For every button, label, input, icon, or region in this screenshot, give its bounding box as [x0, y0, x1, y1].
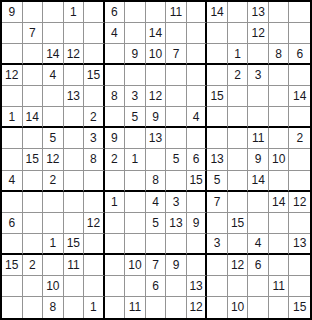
cell-r1c10-empty[interactable] [187, 2, 208, 23]
cell-r5c6-given[interactable]: 8 [105, 86, 126, 107]
cell-r4c1-given[interactable]: 12 [2, 65, 23, 86]
cell-r14c13-empty[interactable] [248, 276, 269, 297]
cell-r1c5-empty[interactable] [84, 2, 105, 23]
cell-r15c5-given[interactable]: 1 [84, 297, 105, 318]
cell-r9c4-empty[interactable] [64, 171, 85, 192]
given-digit: 1 [132, 153, 139, 165]
cell-r12c14-empty[interactable] [269, 234, 290, 255]
cell-r9c9-empty[interactable] [166, 171, 187, 192]
cell-r13c9-given[interactable]: 9 [166, 255, 187, 276]
cell-r14c14-given[interactable]: 11 [269, 276, 290, 297]
given-digit: 12 [5, 69, 18, 81]
cell-r5c13-empty[interactable] [248, 86, 269, 107]
cell-r3c13-empty[interactable] [248, 44, 269, 65]
cell-r2c7-empty[interactable] [125, 23, 146, 44]
given-digit: 15 [5, 259, 18, 271]
cell-r3c2-empty[interactable] [23, 44, 44, 65]
cell-r11c7-empty[interactable] [125, 213, 146, 234]
cell-r1c8-empty[interactable] [146, 2, 167, 23]
cell-r6c15-empty[interactable] [289, 107, 310, 128]
given-digit: 15 [231, 217, 244, 229]
cell-r9c7-empty[interactable] [125, 171, 146, 192]
given-digit: 2 [29, 259, 36, 271]
cell-r5c11-given[interactable]: 15 [207, 86, 228, 107]
cell-r13c4-given[interactable]: 11 [64, 255, 85, 276]
cell-r14c8-given[interactable]: 6 [146, 276, 167, 297]
cell-r15c6-empty[interactable] [105, 297, 126, 318]
cell-r6c14-empty[interactable] [269, 107, 290, 128]
cell-r6c11-empty[interactable] [207, 107, 228, 128]
cell-r11c12-given[interactable]: 15 [228, 213, 249, 234]
cell-r9c1-given[interactable]: 4 [2, 171, 23, 192]
cell-r8c15-empty[interactable] [289, 149, 310, 170]
cell-r14c6-empty[interactable] [105, 276, 126, 297]
cell-r13c2-given[interactable]: 2 [23, 255, 44, 276]
cell-r11c2-empty[interactable] [23, 213, 44, 234]
given-digit: 7 [29, 27, 36, 39]
given-digit: 9 [8, 6, 15, 18]
cell-r3c11-empty[interactable] [207, 44, 228, 65]
given-digit: 9 [255, 153, 262, 165]
cell-r14c2-empty[interactable] [23, 276, 44, 297]
cell-r13c6-empty[interactable] [105, 255, 126, 276]
cell-r5c3-empty[interactable] [43, 86, 64, 107]
cell-r7c4-empty[interactable] [64, 128, 85, 149]
cell-r5c9-empty[interactable] [166, 86, 187, 107]
cell-r4c2-empty[interactable] [23, 65, 44, 86]
cell-r14c5-empty[interactable] [84, 276, 105, 297]
cell-r10c12-empty[interactable] [228, 192, 249, 213]
given-digit: 8 [152, 174, 159, 186]
cell-r12c11-given[interactable]: 3 [207, 234, 228, 255]
cell-r4c12-given[interactable]: 2 [228, 65, 249, 86]
cell-r15c15-given[interactable]: 15 [289, 297, 310, 318]
cell-r13c12-given[interactable]: 12 [228, 255, 249, 276]
cell-r6c13-empty[interactable] [248, 107, 269, 128]
cell-r15c4-empty[interactable] [64, 297, 85, 318]
cell-r2c13-given[interactable]: 12 [248, 23, 269, 44]
cell-r14c3-given[interactable]: 10 [43, 276, 64, 297]
cell-r6c8-given[interactable]: 9 [146, 107, 167, 128]
cell-r5c5-empty[interactable] [84, 86, 105, 107]
cell-r2c4-empty[interactable] [64, 23, 85, 44]
cell-r12c13-given[interactable]: 4 [248, 234, 269, 255]
given-digit: 12 [251, 27, 264, 39]
cell-r12c4-given[interactable]: 15 [64, 234, 85, 255]
cell-r8c12-empty[interactable] [228, 149, 249, 170]
cell-r2c2-given[interactable]: 7 [23, 23, 44, 44]
cell-r12c15-given[interactable]: 13 [289, 234, 310, 255]
cell-r10c4-empty[interactable] [64, 192, 85, 213]
cell-r6c2-given[interactable]: 14 [23, 107, 44, 128]
given-digit: 14 [46, 48, 59, 60]
cell-r15c10-given[interactable]: 12 [187, 297, 208, 318]
cell-r10c15-given[interactable]: 12 [289, 192, 310, 213]
cell-r13c1-given[interactable]: 15 [2, 255, 23, 276]
given-digit: 4 [111, 27, 118, 39]
cell-r4c13-given[interactable]: 3 [248, 65, 269, 86]
cell-r15c14-empty[interactable] [269, 297, 290, 318]
cell-r3c10-empty[interactable] [187, 44, 208, 65]
cell-r12c2-empty[interactable] [23, 234, 44, 255]
cell-r10c8-given[interactable]: 4 [146, 192, 167, 213]
cell-r5c7-given[interactable]: 3 [125, 86, 146, 107]
cell-r15c3-given[interactable]: 8 [43, 297, 64, 318]
cell-r4c15-empty[interactable] [289, 65, 310, 86]
cell-r1c12-empty[interactable] [228, 2, 249, 23]
given-digit: 10 [46, 280, 59, 292]
cell-r9c10-given[interactable]: 15 [187, 171, 208, 192]
cell-r14c12-empty[interactable] [228, 276, 249, 297]
given-digit: 8 [275, 48, 282, 60]
cell-r11c9-given[interactable]: 13 [166, 213, 187, 234]
cell-r10c3-empty[interactable] [43, 192, 64, 213]
cell-r3c7-given[interactable]: 9 [125, 44, 146, 65]
given-digit: 1 [49, 237, 56, 249]
given-digit: 15 [26, 153, 39, 165]
cell-r2c8-given[interactable]: 14 [146, 23, 167, 44]
given-digit: 11 [129, 301, 141, 313]
cell-r7c7-empty[interactable] [125, 128, 146, 149]
cell-r14c11-empty[interactable] [207, 276, 228, 297]
given-digit: 4 [49, 69, 56, 81]
cell-r4c11-empty[interactable] [207, 65, 228, 86]
cell-r6c10-given[interactable]: 4 [187, 107, 208, 128]
given-digit: 14 [251, 174, 264, 186]
given-digit: 12 [46, 153, 59, 165]
given-digit: 13 [293, 237, 306, 249]
cell-r6c3-empty[interactable] [43, 107, 64, 128]
cell-r1c14-empty[interactable] [269, 2, 290, 23]
cell-r15c9-empty[interactable] [166, 297, 187, 318]
cell-r12c5-empty[interactable] [84, 234, 105, 255]
cell-r9c13-given[interactable]: 14 [248, 171, 269, 192]
cell-r7c13-given[interactable]: 11 [248, 128, 269, 149]
cell-r2c5-empty[interactable] [84, 23, 105, 44]
cell-r14c4-empty[interactable] [64, 276, 85, 297]
cell-r11c13-empty[interactable] [248, 213, 269, 234]
cell-r10c7-empty[interactable] [125, 192, 146, 213]
cell-r12c9-empty[interactable] [166, 234, 187, 255]
cell-r10c6-given[interactable]: 1 [105, 192, 126, 213]
given-digit: 5 [214, 174, 221, 186]
given-digit: 12 [149, 90, 162, 102]
cell-r10c11-given[interactable]: 7 [207, 192, 228, 213]
given-digit: 1 [234, 48, 241, 60]
cell-r15c13-empty[interactable] [248, 297, 269, 318]
given-digit: 12 [231, 259, 244, 271]
cell-r3c3-given[interactable]: 14 [43, 44, 64, 65]
given-digit: 12 [293, 196, 306, 208]
cell-r8c10-given[interactable]: 6 [187, 149, 208, 170]
cell-r6c6-empty[interactable] [105, 107, 126, 128]
cell-r13c7-given[interactable]: 10 [125, 255, 146, 276]
cell-r2c6-given[interactable]: 4 [105, 23, 126, 44]
given-digit: 14 [149, 27, 162, 39]
given-digit: 1 [90, 301, 97, 313]
cell-r13c11-empty[interactable] [207, 255, 228, 276]
cell-r8c9-given[interactable]: 5 [166, 149, 187, 170]
cell-r9c2-empty[interactable] [23, 171, 44, 192]
cell-r11c15-empty[interactable] [289, 213, 310, 234]
cell-r14c7-empty[interactable] [125, 276, 146, 297]
cell-r7c12-empty[interactable] [228, 128, 249, 149]
cell-r4c9-empty[interactable] [166, 65, 187, 86]
cell-r5c10-empty[interactable] [187, 86, 208, 107]
cell-r1c4-given[interactable]: 1 [64, 2, 85, 23]
cell-r6c4-empty[interactable] [64, 107, 85, 128]
given-digit: 5 [173, 153, 180, 165]
cell-r15c12-given[interactable]: 10 [228, 297, 249, 318]
given-digit: 6 [152, 280, 159, 292]
cell-r4c7-empty[interactable] [125, 65, 146, 86]
cell-r7c14-empty[interactable] [269, 128, 290, 149]
cell-r11c6-empty[interactable] [105, 213, 126, 234]
given-digit: 7 [173, 48, 180, 60]
given-digit: 4 [8, 174, 15, 186]
cell-r14c9-empty[interactable] [166, 276, 187, 297]
cell-r7c3-given[interactable]: 5 [43, 128, 64, 149]
cell-r5c1-empty[interactable] [2, 86, 23, 107]
cell-r4c8-empty[interactable] [146, 65, 167, 86]
cell-r1c6-given[interactable]: 6 [105, 2, 126, 23]
cell-r10c13-empty[interactable] [248, 192, 269, 213]
cell-r11c11-empty[interactable] [207, 213, 228, 234]
cell-r10c14-given[interactable]: 14 [269, 192, 290, 213]
given-digit: 6 [8, 217, 15, 229]
given-digit: 15 [210, 90, 223, 102]
cell-r15c7-given[interactable]: 11 [125, 297, 146, 318]
cell-r4c4-empty[interactable] [64, 65, 85, 86]
cell-r9c5-empty[interactable] [84, 171, 105, 192]
given-digit: 13 [251, 6, 264, 18]
cell-r1c11-given[interactable]: 14 [207, 2, 228, 23]
cell-r1c1-given[interactable]: 9 [2, 2, 23, 23]
cell-r13c10-empty[interactable] [187, 255, 208, 276]
given-digit: 3 [214, 237, 221, 249]
cell-r7c15-given[interactable]: 2 [289, 128, 310, 149]
cell-r5c8-given[interactable]: 12 [146, 86, 167, 107]
cell-r12c8-empty[interactable] [146, 234, 167, 255]
cell-r12c10-empty[interactable] [187, 234, 208, 255]
cell-r2c10-empty[interactable] [187, 23, 208, 44]
cell-r8c6-given[interactable]: 2 [105, 149, 126, 170]
cell-r15c8-empty[interactable] [146, 297, 167, 318]
cell-r11c3-empty[interactable] [43, 213, 64, 234]
cell-r8c3-given[interactable]: 12 [43, 149, 64, 170]
given-digit: 9 [132, 48, 139, 60]
cell-r3c14-given[interactable]: 8 [269, 44, 290, 65]
cell-r13c14-empty[interactable] [269, 255, 290, 276]
cell-r6c9-empty[interactable] [166, 107, 187, 128]
given-digit: 9 [111, 132, 118, 144]
given-digit: 12 [189, 301, 202, 313]
given-digit: 10 [231, 301, 244, 313]
given-digit: 3 [132, 90, 139, 102]
cell-r2c1-empty[interactable] [2, 23, 23, 44]
given-digit: 12 [67, 48, 80, 60]
cell-r9c6-empty[interactable] [105, 171, 126, 192]
cell-r7c10-empty[interactable] [187, 128, 208, 149]
cell-r3c15-given[interactable]: 6 [289, 44, 310, 65]
cell-r5c14-empty[interactable] [269, 86, 290, 107]
cell-r7c2-empty[interactable] [23, 128, 44, 149]
cell-r3c5-empty[interactable] [84, 44, 105, 65]
cell-r14c1-empty[interactable] [2, 276, 23, 297]
given-digit: 14 [210, 6, 223, 18]
cell-r9c3-given[interactable]: 2 [43, 171, 64, 192]
cell-r6c12-empty[interactable] [228, 107, 249, 128]
cell-r10c2-empty[interactable] [23, 192, 44, 213]
cell-r3c8-given[interactable]: 10 [146, 44, 167, 65]
cell-r11c4-empty[interactable] [64, 213, 85, 234]
given-digit: 1 [70, 6, 77, 18]
cell-r10c9-given[interactable]: 3 [166, 192, 187, 213]
cell-r2c9-empty[interactable] [166, 23, 187, 44]
cell-r8c1-empty[interactable] [2, 149, 23, 170]
cell-r10c5-empty[interactable] [84, 192, 105, 213]
given-digit: 15 [87, 69, 100, 81]
given-digit: 14 [272, 196, 285, 208]
cell-r12c1-empty[interactable] [2, 234, 23, 255]
given-digit: 13 [169, 217, 182, 229]
cell-r8c13-given[interactable]: 9 [248, 149, 269, 170]
cell-r8c4-empty[interactable] [64, 149, 85, 170]
cell-r9c14-empty[interactable] [269, 171, 290, 192]
given-digit: 2 [296, 132, 303, 144]
cell-r12c7-empty[interactable] [125, 234, 146, 255]
cell-r7c5-given[interactable]: 3 [84, 128, 105, 149]
cell-r7c1-empty[interactable] [2, 128, 23, 149]
cell-r4c6-empty[interactable] [105, 65, 126, 86]
cell-r14c15-empty[interactable] [289, 276, 310, 297]
cell-r5c15-given[interactable]: 14 [289, 86, 310, 107]
cell-r15c11-empty[interactable] [207, 297, 228, 318]
cell-r8c5-given[interactable]: 8 [84, 149, 105, 170]
given-digit: 9 [193, 217, 200, 229]
cell-r8c7-given[interactable]: 1 [125, 149, 146, 170]
cell-r4c14-empty[interactable] [269, 65, 290, 86]
given-digit: 4 [193, 111, 200, 123]
given-digit: 6 [296, 48, 303, 60]
given-digit: 11 [272, 280, 284, 292]
cell-r11c14-empty[interactable] [269, 213, 290, 234]
cell-r2c15-empty[interactable] [289, 23, 310, 44]
cell-r13c15-empty[interactable] [289, 255, 310, 276]
cell-r3c9-given[interactable]: 7 [166, 44, 187, 65]
cell-r15c2-empty[interactable] [23, 297, 44, 318]
cell-r7c11-empty[interactable] [207, 128, 228, 149]
cell-r4c3-given[interactable]: 4 [43, 65, 64, 86]
cell-r8c11-given[interactable]: 13 [207, 149, 228, 170]
cell-r8c8-empty[interactable] [146, 149, 167, 170]
cell-r1c9-given[interactable]: 11 [166, 2, 187, 23]
cell-r1c7-empty[interactable] [125, 2, 146, 23]
given-digit: 13 [149, 132, 162, 144]
given-digit: 11 [67, 259, 79, 271]
cell-r2c14-empty[interactable] [269, 23, 290, 44]
cell-r4c5-given[interactable]: 15 [84, 65, 105, 86]
given-digit: 9 [173, 259, 180, 271]
cell-r13c13-given[interactable]: 6 [248, 255, 269, 276]
given-digit: 7 [214, 196, 221, 208]
given-digit: 8 [49, 301, 56, 313]
cell-r7c6-given[interactable]: 9 [105, 128, 126, 149]
cell-r9c11-given[interactable]: 5 [207, 171, 228, 192]
cell-r9c15-empty[interactable] [289, 171, 310, 192]
cell-r5c4-given[interactable]: 13 [64, 86, 85, 107]
cell-r6c5-given[interactable]: 2 [84, 107, 105, 128]
given-digit: 8 [90, 153, 97, 165]
given-digit: 3 [255, 69, 262, 81]
cell-r5c2-empty[interactable] [23, 86, 44, 107]
cell-r12c6-empty[interactable] [105, 234, 126, 255]
cell-r5c12-empty[interactable] [228, 86, 249, 107]
cell-r4c10-empty[interactable] [187, 65, 208, 86]
cell-r12c12-empty[interactable] [228, 234, 249, 255]
given-digit: 5 [152, 217, 159, 229]
cell-r1c15-empty[interactable] [289, 2, 310, 23]
given-digit: 15 [293, 301, 306, 313]
given-digit: 9 [152, 111, 159, 123]
cell-r3c12-given[interactable]: 1 [228, 44, 249, 65]
given-digit: 12 [87, 217, 100, 229]
cell-r2c12-empty[interactable] [228, 23, 249, 44]
cell-r1c13-given[interactable]: 13 [248, 2, 269, 23]
given-digit: 5 [132, 111, 139, 123]
cell-r11c8-given[interactable]: 5 [146, 213, 167, 234]
cell-r13c5-empty[interactable] [84, 255, 105, 276]
cell-r13c8-given[interactable]: 7 [146, 255, 167, 276]
given-digit: 15 [189, 174, 202, 186]
given-digit: 10 [272, 153, 285, 165]
cell-r11c5-given[interactable]: 12 [84, 213, 105, 234]
cell-r6c1-given[interactable]: 1 [2, 107, 23, 128]
cell-r3c1-empty[interactable] [2, 44, 23, 65]
cell-r10c1-empty[interactable] [2, 192, 23, 213]
cell-r8c2-given[interactable]: 15 [23, 149, 44, 170]
cell-r11c10-given[interactable]: 9 [187, 213, 208, 234]
cell-r13c3-empty[interactable] [43, 255, 64, 276]
given-digit: 2 [111, 153, 118, 165]
given-digit: 7 [152, 259, 159, 271]
cell-r1c2-empty[interactable] [23, 2, 44, 23]
cell-r3c4-given[interactable]: 12 [64, 44, 85, 65]
cell-r7c8-given[interactable]: 13 [146, 128, 167, 149]
cell-r2c3-empty[interactable] [43, 23, 64, 44]
cell-r7c9-empty[interactable] [166, 128, 187, 149]
given-digit: 10 [149, 48, 162, 60]
cell-r15c1-empty[interactable] [2, 297, 23, 318]
given-digit: 6 [111, 6, 118, 18]
cell-r3c6-empty[interactable] [105, 44, 126, 65]
cell-r10c10-empty[interactable] [187, 192, 208, 213]
given-digit: 1 [8, 111, 15, 123]
cell-r9c8-given[interactable]: 8 [146, 171, 167, 192]
cell-r2c11-empty[interactable] [207, 23, 228, 44]
cell-r9c12-empty[interactable] [228, 171, 249, 192]
given-digit: 13 [189, 280, 202, 292]
cell-r11c1-given[interactable]: 6 [2, 213, 23, 234]
given-digit: 6 [193, 153, 200, 165]
given-digit: 4 [152, 196, 159, 208]
cell-r14c10-given[interactable]: 13 [187, 276, 208, 297]
given-digit: 5 [49, 132, 56, 144]
cell-r12c3-given[interactable]: 1 [43, 234, 64, 255]
cell-r6c7-given[interactable]: 5 [125, 107, 146, 128]
cell-r8c14-given[interactable]: 10 [269, 149, 290, 170]
cell-r1c3-empty[interactable] [43, 2, 64, 23]
